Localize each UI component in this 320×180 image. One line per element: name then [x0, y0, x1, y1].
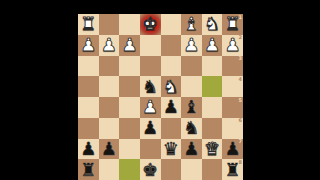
square-a1[interactable]: ♜1	[222, 14, 243, 35]
rank-coordinate-3: 3	[239, 56, 242, 61]
white-pawn-piece[interactable]: ♟	[101, 35, 117, 55]
white-rook-piece[interactable]: ♜	[80, 14, 96, 34]
square-d4[interactable]: ♞	[161, 76, 182, 97]
square-c1[interactable]: ♝	[181, 14, 202, 35]
square-g2[interactable]: ♟	[99, 35, 120, 56]
white-king-piece[interactable]: ♚	[142, 14, 158, 34]
chess-board: ♜♚♝♞♜1♟♟♟♟♟♟23♞♞4♟♟♝5♟♞6♟♟♛♟♛♟7♜♚♜8	[78, 14, 243, 180]
square-b2[interactable]: ♟	[202, 35, 223, 56]
square-e7[interactable]	[140, 139, 161, 160]
square-g1[interactable]	[99, 14, 120, 35]
square-b5[interactable]	[202, 97, 223, 118]
black-knight-piece[interactable]: ♞	[142, 77, 158, 97]
square-e4[interactable]: ♞	[140, 76, 161, 97]
white-queen-piece[interactable]: ♛	[204, 139, 220, 159]
square-f2[interactable]: ♟	[119, 35, 140, 56]
square-d8[interactable]	[161, 159, 182, 180]
square-d7[interactable]: ♛	[161, 139, 182, 160]
black-pawn-piece[interactable]: ♟	[183, 139, 199, 159]
white-pawn-piece[interactable]: ♟	[225, 35, 241, 55]
square-h4[interactable]	[78, 76, 99, 97]
square-f7[interactable]	[119, 139, 140, 160]
square-e5[interactable]: ♟	[140, 97, 161, 118]
square-a3[interactable]: 3	[222, 56, 243, 77]
square-b8[interactable]	[202, 159, 223, 180]
black-knight-piece[interactable]: ♞	[183, 118, 199, 138]
square-f3[interactable]	[119, 56, 140, 77]
rank-coordinate-6: 6	[239, 118, 242, 123]
rank-coordinate-5: 5	[239, 98, 242, 103]
square-d2[interactable]	[161, 35, 182, 56]
square-g7[interactable]: ♟	[99, 139, 120, 160]
square-c2[interactable]: ♟	[181, 35, 202, 56]
square-a7[interactable]: ♟7	[222, 139, 243, 160]
white-pawn-piece[interactable]: ♟	[142, 97, 158, 117]
white-knight-piece[interactable]: ♞	[204, 14, 220, 34]
square-e2[interactable]	[140, 35, 161, 56]
white-rook-piece[interactable]: ♜	[225, 14, 241, 34]
square-g8[interactable]	[99, 159, 120, 180]
black-pawn-piece[interactable]: ♟	[80, 139, 96, 159]
square-e8[interactable]: ♚	[140, 159, 161, 180]
black-rook-piece[interactable]: ♜	[80, 160, 96, 180]
black-bishop-piece[interactable]: ♝	[183, 97, 199, 117]
square-c7[interactable]: ♟	[181, 139, 202, 160]
square-f5[interactable]	[119, 97, 140, 118]
white-knight-piece[interactable]: ♞	[163, 77, 179, 97]
black-pawn-piece[interactable]: ♟	[101, 139, 117, 159]
square-d6[interactable]	[161, 118, 182, 139]
square-a4[interactable]: 4	[222, 76, 243, 97]
square-b1[interactable]: ♞	[202, 14, 223, 35]
square-f1[interactable]	[119, 14, 140, 35]
square-c8[interactable]	[181, 159, 202, 180]
white-pawn-piece[interactable]: ♟	[204, 35, 220, 55]
square-d3[interactable]	[161, 56, 182, 77]
white-bishop-piece[interactable]: ♝	[183, 14, 199, 34]
square-c6[interactable]: ♞	[181, 118, 202, 139]
square-f4[interactable]	[119, 76, 140, 97]
square-g3[interactable]	[99, 56, 120, 77]
square-h6[interactable]	[78, 118, 99, 139]
black-pawn-piece[interactable]: ♟	[163, 97, 179, 117]
square-h8[interactable]: ♜	[78, 159, 99, 180]
black-rook-piece[interactable]: ♜	[225, 160, 241, 180]
square-h5[interactable]	[78, 97, 99, 118]
square-g6[interactable]	[99, 118, 120, 139]
square-h1[interactable]: ♜	[78, 14, 99, 35]
black-king-piece[interactable]: ♚	[142, 160, 158, 180]
rank-coordinate-4: 4	[239, 77, 242, 82]
square-b6[interactable]	[202, 118, 223, 139]
square-f8[interactable]	[119, 159, 140, 180]
square-e3[interactable]	[140, 56, 161, 77]
white-pawn-piece[interactable]: ♟	[183, 35, 199, 55]
white-pawn-piece[interactable]: ♟	[80, 35, 96, 55]
app-background: ♜♚♝♞♜1♟♟♟♟♟♟23♞♞4♟♟♝5♟♞6♟♟♛♟♛♟7♜♚♜8	[0, 0, 320, 180]
square-b3[interactable]	[202, 56, 223, 77]
square-a6[interactable]: 6	[222, 118, 243, 139]
black-pawn-piece[interactable]: ♟	[225, 139, 241, 159]
square-h3[interactable]	[78, 56, 99, 77]
white-pawn-piece[interactable]: ♟	[121, 35, 137, 55]
square-a2[interactable]: ♟2	[222, 35, 243, 56]
square-a8[interactable]: ♜8	[222, 159, 243, 180]
square-e1[interactable]: ♚	[140, 14, 161, 35]
square-f6[interactable]	[119, 118, 140, 139]
square-e6[interactable]: ♟	[140, 118, 161, 139]
square-h2[interactable]: ♟	[78, 35, 99, 56]
black-queen-piece[interactable]: ♛	[163, 139, 179, 159]
square-c3[interactable]	[181, 56, 202, 77]
square-d5[interactable]: ♟	[161, 97, 182, 118]
square-g4[interactable]	[99, 76, 120, 97]
square-b7[interactable]: ♛	[202, 139, 223, 160]
square-h7[interactable]: ♟	[78, 139, 99, 160]
square-c5[interactable]: ♝	[181, 97, 202, 118]
square-a5[interactable]: 5	[222, 97, 243, 118]
square-d1[interactable]	[161, 14, 182, 35]
square-g5[interactable]	[99, 97, 120, 118]
square-b4[interactable]	[202, 76, 223, 97]
black-pawn-piece[interactable]: ♟	[142, 118, 158, 138]
square-c4[interactable]	[181, 76, 202, 97]
